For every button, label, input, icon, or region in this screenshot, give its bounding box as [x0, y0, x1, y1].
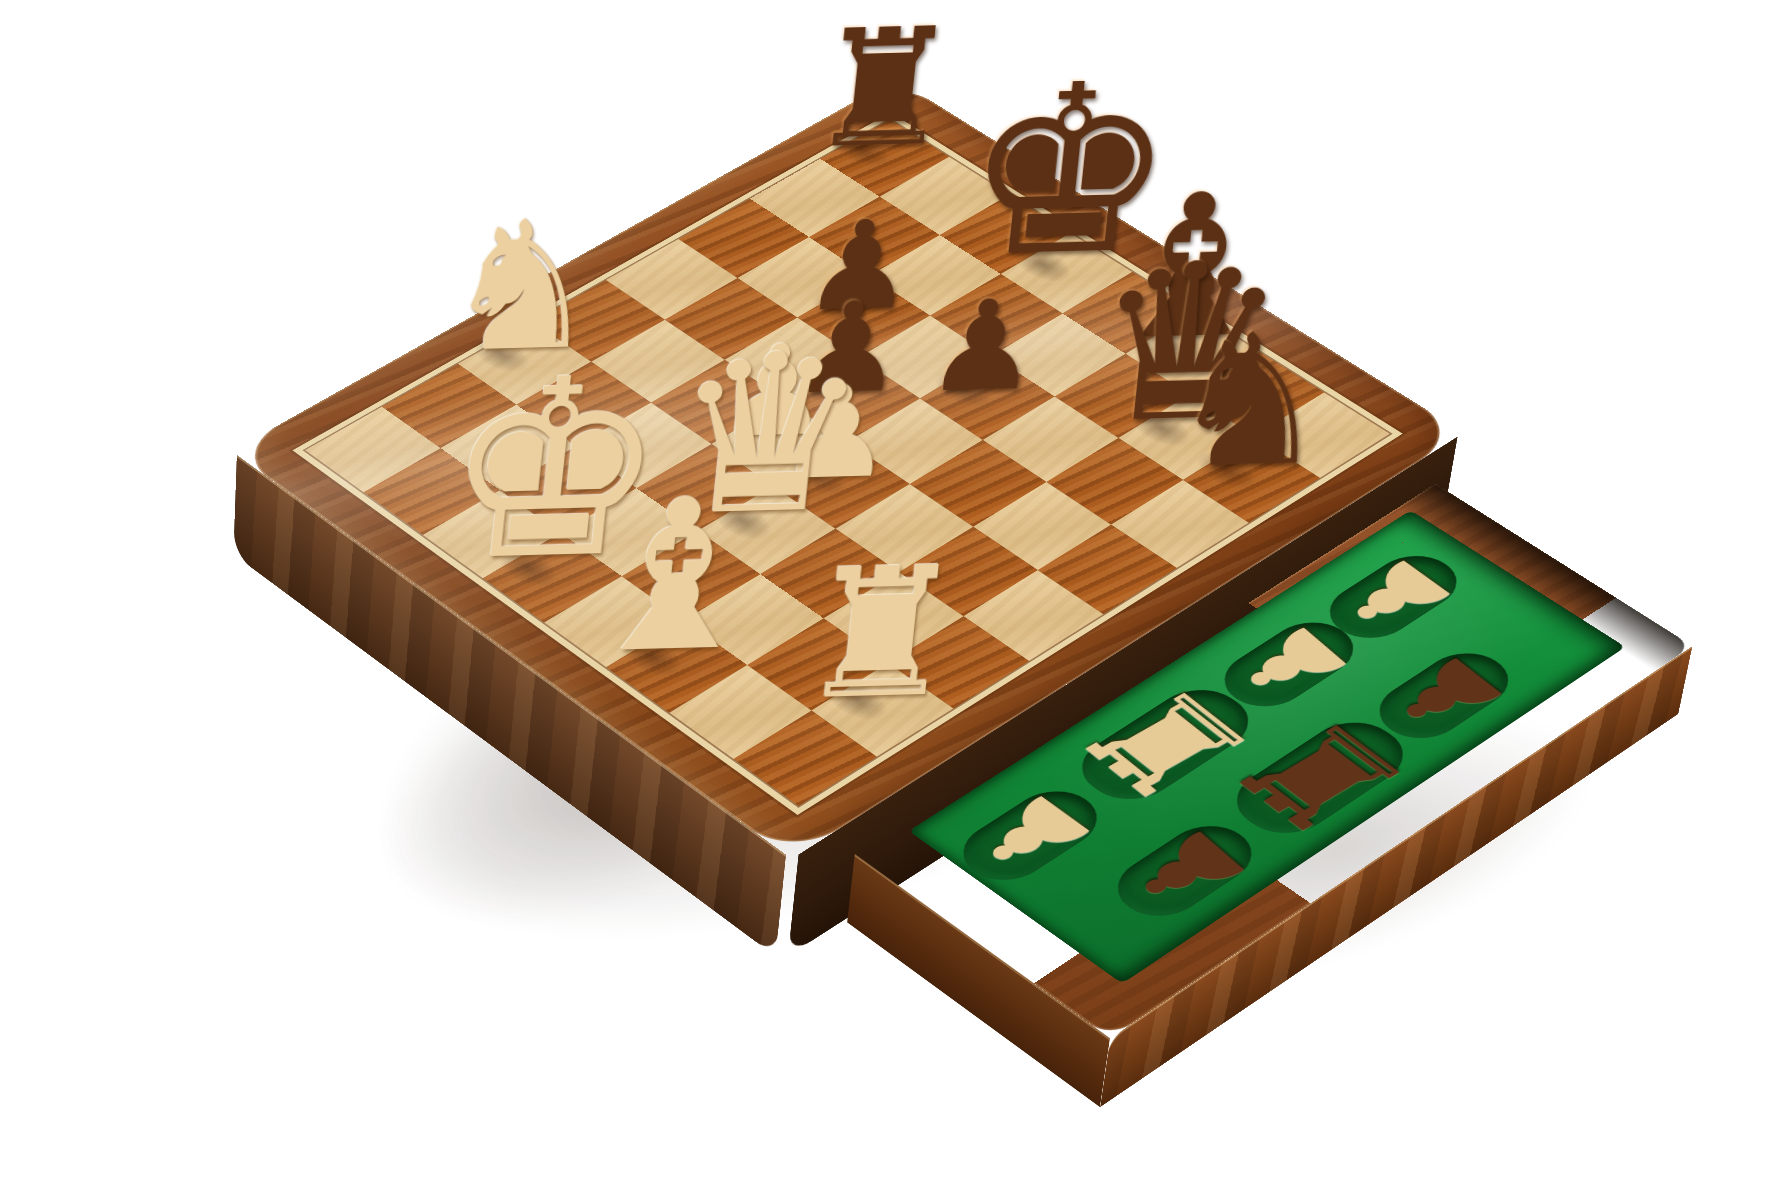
piece-black-rook-h8: ♜ — [804, 12, 965, 164]
drawer-piece-white-pawn: ♟ — [948, 778, 1116, 891]
drawer-slot: ♟ — [1100, 814, 1269, 928]
drawer-slot: ♟ — [946, 780, 1115, 893]
drawer-piece-black-pawn: ♟ — [1364, 641, 1528, 748]
drawer-slot: ♟ — [1207, 611, 1370, 717]
drawer-slot: ♜ — [1218, 710, 1422, 846]
drawer-slot: ♟ — [1362, 642, 1525, 750]
square-a7: ♞ — [1183, 436, 1320, 523]
piece-black-pawn-d6: ♟ — [923, 287, 1046, 404]
drawer-piece-white-pawn: ♟ — [1210, 611, 1372, 717]
piece-white-bishop-c1: ♝ — [574, 478, 781, 674]
product-photo: { "game": "chess", "scene_description": … — [0, 0, 1772, 1183]
perspective-lean: ♜♚♝♛♞♟♟♟♟♟♞♛♜♚♝ ♟♟♜♟♟♜♟ — [0, 0, 1772, 1181]
chess-box: ♜♚♝♛♞♟♟♟♟♟♞♛♜♚♝ ♟♟♜♟♟♜♟ — [232, 79, 1464, 859]
drawer-piece-white-pawn: ♟ — [1314, 544, 1475, 648]
piece-black-knight-a7: ♞ — [1161, 315, 1341, 486]
stage: ♜♚♝♛♞♟♟♟♟♟♞♛♜♚♝ ♟♟♜♟♟♜♟ — [0, 0, 1772, 1181]
piece-white-rook-a2: ♜ — [793, 549, 970, 717]
drawer-piece-black-rook: ♜ — [1206, 699, 1439, 854]
drawer-piece-black-pawn: ♟ — [1103, 813, 1271, 926]
drawer-slot: ♟ — [1313, 545, 1474, 649]
